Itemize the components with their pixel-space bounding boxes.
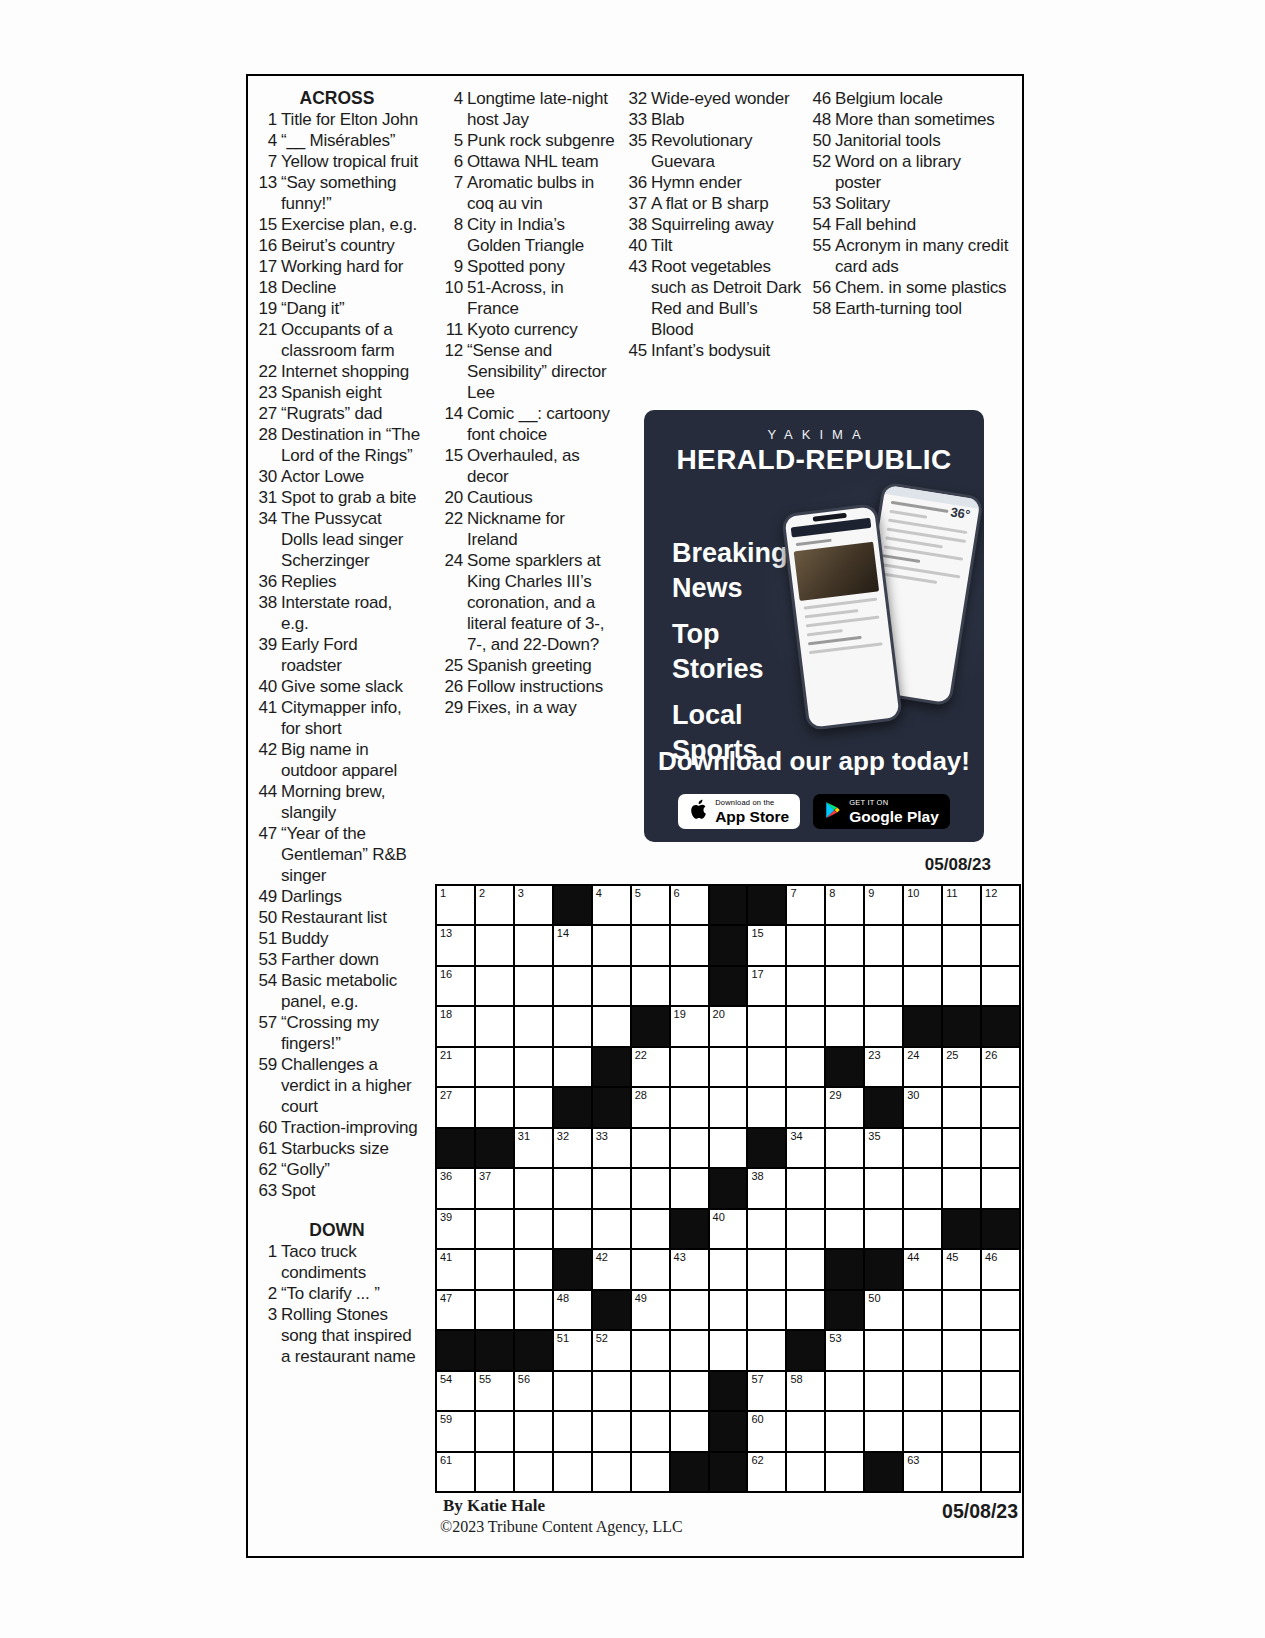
cell-r13c11[interactable] bbox=[826, 1372, 863, 1410]
cell-r1c12[interactable]: 9 bbox=[865, 886, 902, 924]
cell-r3c11[interactable] bbox=[826, 967, 863, 1005]
cell-r12c12[interactable] bbox=[865, 1331, 902, 1369]
clue-text: Starbucks size bbox=[281, 1138, 422, 1159]
cell-r6c9[interactable] bbox=[748, 1088, 785, 1126]
cell-r1c3[interactable]: 3 bbox=[515, 886, 552, 924]
cell-r2c1[interactable]: 13 bbox=[437, 926, 474, 964]
cell-number: 63 bbox=[907, 1454, 919, 1466]
cell-r8c7[interactable] bbox=[671, 1169, 708, 1207]
clue-number: 44 bbox=[252, 781, 281, 823]
cell-r5c15[interactable]: 26 bbox=[982, 1048, 1019, 1086]
cell-number: 60 bbox=[751, 1413, 763, 1425]
cell-r11c13[interactable] bbox=[904, 1291, 941, 1329]
cell-r9c9[interactable] bbox=[748, 1210, 785, 1248]
cell-number: 19 bbox=[674, 1008, 686, 1020]
clue-number: 38 bbox=[252, 592, 281, 634]
cell-r15c9[interactable]: 62 bbox=[748, 1453, 785, 1491]
clue-number: 51 bbox=[252, 928, 281, 949]
clue-number: 40 bbox=[252, 676, 281, 697]
cell-r2c3[interactable] bbox=[515, 926, 552, 964]
clue-down-29: 29Fixes, in a way bbox=[438, 697, 616, 718]
clue-number: 57 bbox=[252, 1012, 281, 1054]
cell-r6c8[interactable] bbox=[710, 1088, 747, 1126]
cell-r3c10[interactable] bbox=[787, 967, 824, 1005]
cell-r4c10[interactable] bbox=[787, 1007, 824, 1045]
cell-number: 43 bbox=[674, 1251, 686, 1263]
cell-r6c2[interactable] bbox=[476, 1088, 513, 1126]
clue-across-61: 61Starbucks size bbox=[252, 1138, 422, 1159]
cell-r14c12[interactable] bbox=[865, 1412, 902, 1450]
cell-r10c6[interactable] bbox=[632, 1250, 669, 1288]
cell-r4c11[interactable] bbox=[826, 1007, 863, 1045]
clue-number: 2 bbox=[252, 1283, 281, 1304]
clue-text: Spot bbox=[281, 1180, 422, 1201]
phones-illustration: 36° bbox=[769, 468, 984, 748]
clue-text: Overhauled, as decor bbox=[467, 445, 616, 487]
clue-text: Early Ford roadster bbox=[281, 634, 422, 676]
cell-r4c8[interactable]: 20 bbox=[710, 1007, 747, 1045]
cell-r8c1[interactable]: 36 bbox=[437, 1169, 474, 1207]
cell-r4c9[interactable] bbox=[748, 1007, 785, 1045]
cell-r4c5[interactable] bbox=[593, 1007, 630, 1045]
cell-r5c12[interactable]: 23 bbox=[865, 1048, 902, 1086]
cell-r14c14[interactable] bbox=[943, 1412, 980, 1450]
cell-r9c1[interactable]: 39 bbox=[437, 1210, 474, 1248]
cell-r14c13[interactable] bbox=[904, 1412, 941, 1450]
cell-r8c10[interactable] bbox=[787, 1169, 824, 1207]
black-cell-r11c5 bbox=[593, 1291, 630, 1329]
cell-number: 42 bbox=[596, 1251, 608, 1263]
clue-column-2: 4Longtime late-night host Jay5Punk rock … bbox=[438, 88, 616, 718]
clue-text: Acronym in many credit card ads bbox=[835, 235, 1010, 277]
cell-r6c15[interactable] bbox=[982, 1088, 1019, 1126]
cell-r10c3[interactable] bbox=[515, 1250, 552, 1288]
cell-r13c9[interactable]: 57 bbox=[748, 1372, 785, 1410]
ad-cta: Download our app today! bbox=[644, 746, 984, 777]
black-cell-r15c12 bbox=[865, 1453, 902, 1491]
cell-r13c13[interactable] bbox=[904, 1372, 941, 1410]
cell-r12c8[interactable] bbox=[710, 1331, 747, 1369]
cell-r15c14[interactable] bbox=[943, 1453, 980, 1491]
clue-text: Belgium locale bbox=[835, 88, 1010, 109]
clue-number: 25 bbox=[438, 655, 467, 676]
ad-publisher-city: YAKIMA bbox=[644, 427, 984, 442]
cell-r9c3[interactable] bbox=[515, 1210, 552, 1248]
cell-r3c15[interactable] bbox=[982, 967, 1019, 1005]
cell-r2c5[interactable] bbox=[593, 926, 630, 964]
cell-r12c4[interactable]: 51 bbox=[554, 1331, 591, 1369]
clue-list-header-down: DOWN bbox=[252, 1220, 422, 1241]
cell-r9c13[interactable] bbox=[904, 1210, 941, 1248]
clue-text: Squirreling away bbox=[651, 214, 802, 235]
cell-r11c6[interactable]: 49 bbox=[632, 1291, 669, 1329]
clue-down-37: 37A flat or B sharp bbox=[622, 193, 802, 214]
cell-number: 5 bbox=[635, 887, 641, 899]
cell-r3c12[interactable] bbox=[865, 967, 902, 1005]
cell-r2c12[interactable] bbox=[865, 926, 902, 964]
cell-r4c1[interactable]: 18 bbox=[437, 1007, 474, 1045]
cell-r2c10[interactable] bbox=[787, 926, 824, 964]
cell-number: 51 bbox=[557, 1332, 569, 1344]
clue-number: 1 bbox=[252, 1241, 281, 1283]
cell-r10c5[interactable]: 42 bbox=[593, 1250, 630, 1288]
cell-number: 10 bbox=[907, 887, 919, 899]
cell-r3c7[interactable] bbox=[671, 967, 708, 1005]
cell-r8c2[interactable]: 37 bbox=[476, 1169, 513, 1207]
clue-across-38: 38Interstate road, e.g. bbox=[252, 592, 422, 634]
cell-r10c2[interactable] bbox=[476, 1250, 513, 1288]
cell-r5c4[interactable] bbox=[554, 1048, 591, 1086]
cell-r9c8[interactable]: 40 bbox=[710, 1210, 747, 1248]
cell-r3c5[interactable] bbox=[593, 967, 630, 1005]
cell-r10c13[interactable]: 44 bbox=[904, 1250, 941, 1288]
clue-across-4: 4“__ Misérables” bbox=[252, 130, 422, 151]
cell-r1c1[interactable]: 1 bbox=[437, 886, 474, 924]
clue-across-31: 31Spot to grab a bite bbox=[252, 487, 422, 508]
clue-across-16: 16Beirut’s country bbox=[252, 235, 422, 256]
cell-r11c10[interactable] bbox=[787, 1291, 824, 1329]
black-cell-r15c7 bbox=[671, 1453, 708, 1491]
clue-across-50: 50Restaurant list bbox=[252, 907, 422, 928]
black-cell-r1c4 bbox=[554, 886, 591, 924]
cell-r8c14[interactable] bbox=[943, 1169, 980, 1207]
cell-r10c15[interactable]: 46 bbox=[982, 1250, 1019, 1288]
cell-r3c2[interactable] bbox=[476, 967, 513, 1005]
cell-r7c3[interactable]: 31 bbox=[515, 1129, 552, 1167]
cell-r1c10[interactable]: 7 bbox=[787, 886, 824, 924]
cell-r4c7[interactable]: 19 bbox=[671, 1007, 708, 1045]
cell-r7c11[interactable] bbox=[826, 1129, 863, 1167]
cell-r12c14[interactable] bbox=[943, 1331, 980, 1369]
cell-r3c4[interactable] bbox=[554, 967, 591, 1005]
cell-r15c11[interactable] bbox=[826, 1453, 863, 1491]
cell-r7c13[interactable] bbox=[904, 1129, 941, 1167]
cell-r12c7[interactable] bbox=[671, 1331, 708, 1369]
cell-r11c2[interactable] bbox=[476, 1291, 513, 1329]
cell-r6c10[interactable] bbox=[787, 1088, 824, 1126]
black-cell-r4c6 bbox=[632, 1007, 669, 1045]
cell-r10c10[interactable] bbox=[787, 1250, 824, 1288]
clue-down-50: 50Janitorial tools bbox=[806, 130, 1010, 151]
cell-r12c15[interactable] bbox=[982, 1331, 1019, 1369]
clue-number: 58 bbox=[806, 298, 835, 319]
cell-r14c2[interactable] bbox=[476, 1412, 513, 1450]
cell-number: 46 bbox=[985, 1251, 997, 1263]
cell-r4c3[interactable] bbox=[515, 1007, 552, 1045]
cell-r11c15[interactable] bbox=[982, 1291, 1019, 1329]
cell-r12c6[interactable] bbox=[632, 1331, 669, 1369]
cell-number: 29 bbox=[829, 1089, 841, 1101]
clue-down-32: 32Wide-eyed wonder bbox=[622, 88, 802, 109]
clue-text: Darlings bbox=[281, 886, 422, 907]
cell-r6c14[interactable] bbox=[943, 1088, 980, 1126]
clue-down-40: 40Tilt bbox=[622, 235, 802, 256]
black-cell-r6c12 bbox=[865, 1088, 902, 1126]
cell-r7c12[interactable]: 35 bbox=[865, 1129, 902, 1167]
cell-r15c13[interactable]: 63 bbox=[904, 1453, 941, 1491]
clue-number: 3 bbox=[252, 1304, 281, 1367]
cell-number: 24 bbox=[907, 1049, 919, 1061]
cell-r14c11[interactable] bbox=[826, 1412, 863, 1450]
clue-down-52: 52Word on a library poster bbox=[806, 151, 1010, 193]
puzzle-date-bottom: 05/08/23 bbox=[435, 1500, 1018, 1523]
cell-r2c7[interactable] bbox=[671, 926, 708, 964]
cell-r1c5[interactable]: 4 bbox=[593, 886, 630, 924]
clue-across-49: 49Darlings bbox=[252, 886, 422, 907]
cell-r14c5[interactable] bbox=[593, 1412, 630, 1450]
clue-text: Give some slack bbox=[281, 676, 422, 697]
clue-text: Spanish greeting bbox=[467, 655, 616, 676]
cell-r13c10[interactable]: 58 bbox=[787, 1372, 824, 1410]
cell-r11c4[interactable]: 48 bbox=[554, 1291, 591, 1329]
cell-r3c6[interactable] bbox=[632, 967, 669, 1005]
cell-r2c13[interactable] bbox=[904, 926, 941, 964]
cell-r10c8[interactable] bbox=[710, 1250, 747, 1288]
cell-r13c3[interactable]: 56 bbox=[515, 1372, 552, 1410]
cell-r3c14[interactable] bbox=[943, 967, 980, 1005]
clue-number: 4 bbox=[252, 130, 281, 151]
clue-text: “To clarify ... ” bbox=[281, 1283, 422, 1304]
cell-r1c14[interactable]: 11 bbox=[943, 886, 980, 924]
black-cell-r10c12 bbox=[865, 1250, 902, 1288]
cell-r4c12[interactable] bbox=[865, 1007, 902, 1045]
cell-number: 37 bbox=[479, 1170, 491, 1182]
cell-r3c3[interactable] bbox=[515, 967, 552, 1005]
cell-r5c13[interactable]: 24 bbox=[904, 1048, 941, 1086]
cell-r10c9[interactable] bbox=[748, 1250, 785, 1288]
cell-r5c9[interactable] bbox=[748, 1048, 785, 1086]
cell-r2c4[interactable]: 14 bbox=[554, 926, 591, 964]
cell-r12c9[interactable] bbox=[748, 1331, 785, 1369]
cell-r8c9[interactable]: 38 bbox=[748, 1169, 785, 1207]
cell-r2c14[interactable] bbox=[943, 926, 980, 964]
cell-r5c10[interactable] bbox=[787, 1048, 824, 1086]
cell-r2c2[interactable] bbox=[476, 926, 513, 964]
cell-r13c6[interactable] bbox=[632, 1372, 669, 1410]
clue-text: Occupants of a classroom farm bbox=[281, 319, 422, 361]
cell-r13c2[interactable]: 55 bbox=[476, 1372, 513, 1410]
cell-number: 13 bbox=[440, 927, 452, 939]
clue-text: Tilt bbox=[651, 235, 802, 256]
cell-r14c6[interactable] bbox=[632, 1412, 669, 1450]
cell-r7c14[interactable] bbox=[943, 1129, 980, 1167]
cell-r13c12[interactable] bbox=[865, 1372, 902, 1410]
cell-r6c11[interactable]: 29 bbox=[826, 1088, 863, 1126]
cell-r6c7[interactable] bbox=[671, 1088, 708, 1126]
cell-r9c11[interactable] bbox=[826, 1210, 863, 1248]
clue-number: 45 bbox=[622, 340, 651, 361]
cell-r9c10[interactable] bbox=[787, 1210, 824, 1248]
black-cell-r4c15 bbox=[982, 1007, 1019, 1045]
cell-r15c3[interactable] bbox=[515, 1453, 552, 1491]
cell-r8c4[interactable] bbox=[554, 1169, 591, 1207]
cell-r15c5[interactable] bbox=[593, 1453, 630, 1491]
cell-r15c15[interactable] bbox=[982, 1453, 1019, 1491]
cell-r2c15[interactable] bbox=[982, 926, 1019, 964]
cell-r7c10[interactable]: 34 bbox=[787, 1129, 824, 1167]
cell-r6c3[interactable] bbox=[515, 1088, 552, 1126]
cell-r5c3[interactable] bbox=[515, 1048, 552, 1086]
app-store-badge[interactable]: Download on the App Store bbox=[678, 794, 800, 829]
cell-r8c13[interactable] bbox=[904, 1169, 941, 1207]
cell-r14c15[interactable] bbox=[982, 1412, 1019, 1450]
cell-r1c6[interactable]: 5 bbox=[632, 886, 669, 924]
cell-number: 56 bbox=[518, 1373, 530, 1385]
cell-r13c7[interactable] bbox=[671, 1372, 708, 1410]
cell-number: 12 bbox=[985, 887, 997, 899]
clue-text: “Sense and Sensibility” director Lee bbox=[467, 340, 616, 403]
cell-r11c14[interactable] bbox=[943, 1291, 980, 1329]
cell-r12c13[interactable] bbox=[904, 1331, 941, 1369]
cell-r14c7[interactable] bbox=[671, 1412, 708, 1450]
cell-r15c6[interactable] bbox=[632, 1453, 669, 1491]
black-cell-r5c11 bbox=[826, 1048, 863, 1086]
black-cell-r6c5 bbox=[593, 1088, 630, 1126]
cell-r15c1[interactable]: 61 bbox=[437, 1453, 474, 1491]
clue-number: 7 bbox=[252, 151, 281, 172]
cell-r1c15[interactable]: 12 bbox=[982, 886, 1019, 924]
clue-number: 33 bbox=[622, 109, 651, 130]
cell-r8c11[interactable] bbox=[826, 1169, 863, 1207]
cell-r1c7[interactable]: 6 bbox=[671, 886, 708, 924]
clue-down-55: 55Acronym in many credit card ads bbox=[806, 235, 1010, 277]
cell-r13c14[interactable] bbox=[943, 1372, 980, 1410]
cell-r8c6[interactable] bbox=[632, 1169, 669, 1207]
cell-number: 8 bbox=[829, 887, 835, 899]
cell-r5c7[interactable] bbox=[671, 1048, 708, 1086]
clue-text: Traction-improving bbox=[281, 1117, 422, 1138]
cell-r10c7[interactable]: 43 bbox=[671, 1250, 708, 1288]
cell-r13c1[interactable]: 54 bbox=[437, 1372, 474, 1410]
cell-number: 3 bbox=[518, 887, 524, 899]
clue-text: “Rugrats” dad bbox=[281, 403, 422, 424]
google-play-badge[interactable]: GET IT ON Google Play bbox=[813, 794, 950, 829]
cell-r1c13[interactable]: 10 bbox=[904, 886, 941, 924]
cell-r6c13[interactable]: 30 bbox=[904, 1088, 941, 1126]
google-play-badge-small-text: GET IT ON bbox=[849, 799, 939, 807]
clue-across-17: 17Working hard for bbox=[252, 256, 422, 277]
cell-r11c3[interactable] bbox=[515, 1291, 552, 1329]
cell-r11c12[interactable]: 50 bbox=[865, 1291, 902, 1329]
cell-r3c1[interactable]: 16 bbox=[437, 967, 474, 1005]
clue-text: Taco truck condiments bbox=[281, 1241, 422, 1283]
cell-r11c7[interactable] bbox=[671, 1291, 708, 1329]
cell-r8c15[interactable] bbox=[982, 1169, 1019, 1207]
cell-r14c10[interactable] bbox=[787, 1412, 824, 1450]
cell-r3c13[interactable] bbox=[904, 967, 941, 1005]
clue-number: 48 bbox=[806, 109, 835, 130]
cell-r5c8[interactable] bbox=[710, 1048, 747, 1086]
cell-r8c12[interactable] bbox=[865, 1169, 902, 1207]
cell-r11c1[interactable]: 47 bbox=[437, 1291, 474, 1329]
black-cell-r7c1 bbox=[437, 1129, 474, 1167]
cell-r2c9[interactable]: 15 bbox=[748, 926, 785, 964]
cell-r14c9[interactable]: 60 bbox=[748, 1412, 785, 1450]
cell-r2c6[interactable] bbox=[632, 926, 669, 964]
cell-r6c1[interactable]: 27 bbox=[437, 1088, 474, 1126]
cell-r15c10[interactable] bbox=[787, 1453, 824, 1491]
cell-r9c6[interactable] bbox=[632, 1210, 669, 1248]
clue-text: Hymn ender bbox=[651, 172, 802, 193]
cell-r13c4[interactable] bbox=[554, 1372, 591, 1410]
cell-r13c5[interactable] bbox=[593, 1372, 630, 1410]
cell-r5c6[interactable]: 22 bbox=[632, 1048, 669, 1086]
cell-number: 22 bbox=[635, 1049, 647, 1061]
clue-number: 47 bbox=[252, 823, 281, 886]
cell-r10c14[interactable]: 45 bbox=[943, 1250, 980, 1288]
cell-r7c5[interactable]: 33 bbox=[593, 1129, 630, 1167]
cell-r7c15[interactable] bbox=[982, 1129, 1019, 1167]
cell-r7c6[interactable] bbox=[632, 1129, 669, 1167]
cell-r1c2[interactable]: 2 bbox=[476, 886, 513, 924]
cell-r5c1[interactable]: 21 bbox=[437, 1048, 474, 1086]
cell-r14c1[interactable]: 59 bbox=[437, 1412, 474, 1450]
cell-r8c5[interactable] bbox=[593, 1169, 630, 1207]
cell-r5c2[interactable] bbox=[476, 1048, 513, 1086]
clue-number: 54 bbox=[806, 214, 835, 235]
cell-r1c11[interactable]: 8 bbox=[826, 886, 863, 924]
cell-r12c5[interactable]: 52 bbox=[593, 1331, 630, 1369]
clue-number: 50 bbox=[252, 907, 281, 928]
cell-r4c2[interactable] bbox=[476, 1007, 513, 1045]
cell-r7c8[interactable] bbox=[710, 1129, 747, 1167]
cell-number: 1 bbox=[440, 887, 446, 899]
clue-number: 17 bbox=[252, 256, 281, 277]
cell-r3c9[interactable]: 17 bbox=[748, 967, 785, 1005]
clue-down-1: 1Taco truck condiments bbox=[252, 1241, 422, 1283]
cell-r7c4[interactable]: 32 bbox=[554, 1129, 591, 1167]
cell-r9c12[interactable] bbox=[865, 1210, 902, 1248]
clue-down-33: 33Blab bbox=[622, 109, 802, 130]
cell-r15c4[interactable] bbox=[554, 1453, 591, 1491]
cell-r6c6[interactable]: 28 bbox=[632, 1088, 669, 1126]
cell-number: 11 bbox=[946, 887, 957, 899]
cell-r11c8[interactable] bbox=[710, 1291, 747, 1329]
newspaper-crossword-page: ACROSS1Title for Elton John4“__ Misérabl… bbox=[0, 0, 1265, 1638]
cell-r9c2[interactable] bbox=[476, 1210, 513, 1248]
clue-text: Challenges a verdict in a higher court bbox=[281, 1054, 422, 1117]
clue-number: 46 bbox=[806, 88, 835, 109]
cell-r5c14[interactable]: 25 bbox=[943, 1048, 980, 1086]
cell-r13c15[interactable] bbox=[982, 1372, 1019, 1410]
cell-r12c11[interactable]: 53 bbox=[826, 1331, 863, 1369]
clue-text: “Golly” bbox=[281, 1159, 422, 1180]
clue-down-53: 53Solitary bbox=[806, 193, 1010, 214]
cell-r10c1[interactable]: 41 bbox=[437, 1250, 474, 1288]
clue-down-11: 11Kyoto currency bbox=[438, 319, 616, 340]
cell-r2c11[interactable] bbox=[826, 926, 863, 964]
cell-r8c3[interactable] bbox=[515, 1169, 552, 1207]
clue-text: Buddy bbox=[281, 928, 422, 949]
cell-r14c3[interactable] bbox=[515, 1412, 552, 1450]
cell-r11c9[interactable] bbox=[748, 1291, 785, 1329]
cell-number: 33 bbox=[596, 1130, 608, 1142]
clue-number: 41 bbox=[252, 697, 281, 739]
clue-across-41: 41Citymapper info, for short bbox=[252, 697, 422, 739]
black-cell-r1c9 bbox=[748, 886, 785, 924]
black-cell-r13c8 bbox=[710, 1372, 747, 1410]
app-store-badge-big-text: App Store bbox=[715, 809, 789, 825]
clue-number: 23 bbox=[252, 382, 281, 403]
cell-r9c4[interactable] bbox=[554, 1210, 591, 1248]
cell-r4c4[interactable] bbox=[554, 1007, 591, 1045]
cell-r7c7[interactable] bbox=[671, 1129, 708, 1167]
cell-r15c2[interactable] bbox=[476, 1453, 513, 1491]
cell-r14c4[interactable] bbox=[554, 1412, 591, 1450]
clue-down-12: 12“Sense and Sensibility” director Lee bbox=[438, 340, 616, 403]
cell-r9c5[interactable] bbox=[593, 1210, 630, 1248]
clue-column-4: 46Belgium locale48More than sometimes50J… bbox=[806, 88, 1010, 319]
